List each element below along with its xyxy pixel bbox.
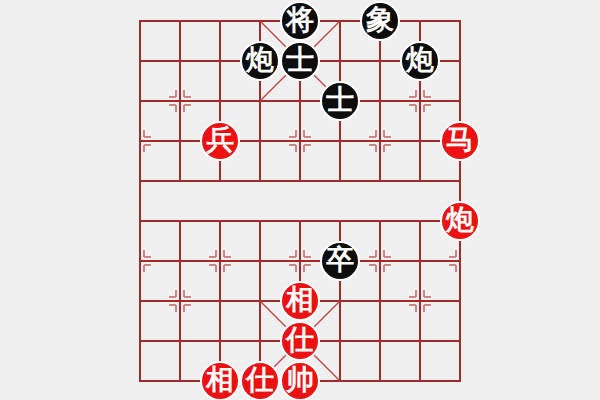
piece-black-advisor-2[interactable]: 士 <box>320 81 360 121</box>
piece-glyph: 马 <box>446 126 474 154</box>
piece-glyph: 炮 <box>246 46 274 74</box>
piece-red-elephant-2[interactable]: 相 <box>200 361 240 400</box>
piece-black-cannon-2[interactable]: 炮 <box>400 41 440 81</box>
piece-black-advisor-1[interactable]: 士 <box>280 41 320 81</box>
piece-glyph: 将 <box>286 6 314 34</box>
piece-red-horse[interactable]: 马 <box>440 121 480 161</box>
piece-red-elephant-1[interactable]: 相 <box>280 281 320 321</box>
piece-glyph: 士 <box>326 86 354 114</box>
piece-black-elephant[interactable]: 象 <box>360 1 400 41</box>
piece-glyph: 相 <box>206 366 234 394</box>
piece-glyph: 仕 <box>286 326 314 354</box>
piece-glyph: 士 <box>286 46 314 74</box>
piece-glyph: 象 <box>366 6 394 34</box>
piece-glyph: 仕 <box>246 366 274 394</box>
piece-red-general[interactable]: 帅 <box>280 361 320 400</box>
piece-glyph: 炮 <box>406 46 434 74</box>
piece-glyph: 帅 <box>286 366 314 394</box>
piece-black-pawn[interactable]: 卒 <box>320 241 360 281</box>
piece-glyph: 炮 <box>446 206 474 234</box>
piece-glyph: 兵 <box>206 126 234 154</box>
piece-layer: 将象炮士炮士兵马炮卒相仕相仕帅 <box>0 0 600 400</box>
piece-glyph: 卒 <box>326 246 354 274</box>
piece-black-cannon-1[interactable]: 炮 <box>240 41 280 81</box>
piece-black-general[interactable]: 将 <box>280 1 320 41</box>
piece-red-pawn[interactable]: 兵 <box>200 121 240 161</box>
piece-red-cannon[interactable]: 炮 <box>440 201 480 241</box>
piece-red-advisor-2[interactable]: 仕 <box>240 361 280 400</box>
piece-red-advisor-1[interactable]: 仕 <box>280 321 320 361</box>
piece-glyph: 相 <box>286 286 314 314</box>
xiangqi-board: 将象炮士炮士兵马炮卒相仕相仕帅 <box>0 0 600 400</box>
